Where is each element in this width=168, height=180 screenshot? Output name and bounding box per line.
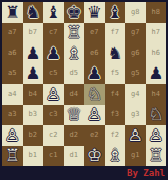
square-a8[interactable]: ♜	[2, 2, 23, 23]
square-label-h4: h4	[152, 91, 160, 98]
square-label-f7: f7	[111, 29, 119, 36]
square-label-e6: e6	[90, 50, 98, 57]
square-b3[interactable]: b3	[23, 105, 44, 126]
chess-board: ♜♞♝♚♛♝g8h8a7b7c7♖e7f7g7h7a6♟♟♗e6♞g6h6a5♟…	[2, 2, 166, 166]
piece-white-bishop: ♗	[107, 147, 122, 164]
square-g2[interactable]: ♙	[125, 125, 146, 146]
piece-black-pawn: ♟	[25, 65, 40, 82]
square-f4[interactable]: f4	[105, 84, 126, 105]
chess-diagram: ♜♞♝♚♛♝g8h8a7b7c7♖e7f7g7h7a6♟♟♗e6♞g6h6a5♟…	[0, 0, 168, 180]
piece-black-knight: ♞	[25, 4, 40, 21]
square-c3[interactable]: c3	[43, 105, 64, 126]
square-label-d4: d4	[70, 91, 78, 98]
square-label-g5: g5	[131, 70, 139, 77]
square-label-c2: c2	[49, 132, 57, 139]
square-d7[interactable]: ♖	[64, 23, 85, 44]
square-e7[interactable]: e7	[84, 23, 105, 44]
square-h2[interactable]: ♙	[146, 125, 167, 146]
square-label-d5: d5	[70, 70, 78, 77]
piece-white-pawn: ♙	[87, 106, 102, 123]
square-g3[interactable]: g3	[125, 105, 146, 126]
square-a2[interactable]: ♙	[2, 125, 23, 146]
square-h8[interactable]: h8	[146, 2, 167, 23]
piece-white-rook: ♖	[66, 24, 81, 41]
square-c7[interactable]: c7	[43, 23, 64, 44]
square-e2[interactable]: e2	[84, 125, 105, 146]
square-label-g6: g6	[131, 50, 139, 57]
square-label-f4: f4	[111, 91, 119, 98]
square-label-c1: c1	[49, 152, 57, 159]
square-label-b1: b1	[29, 152, 37, 159]
piece-white-pawn: ♙	[5, 127, 20, 144]
square-e4[interactable]: ♘	[84, 84, 105, 105]
square-label-g4: g4	[131, 91, 139, 98]
square-b5[interactable]: ♟	[23, 64, 44, 85]
square-h1[interactable]: ♖	[146, 146, 167, 167]
square-label-c7: c7	[49, 29, 57, 36]
square-h6[interactable]: h6	[146, 43, 167, 64]
square-h7[interactable]: h7	[146, 23, 167, 44]
piece-black-pawn: ♟	[25, 45, 40, 62]
square-label-g1: g1	[131, 152, 139, 159]
square-label-a3: a3	[8, 111, 16, 118]
square-g5[interactable]: g5	[125, 64, 146, 85]
piece-black-pawn: ♟	[46, 45, 61, 62]
piece-white-pawn: ♙	[128, 127, 143, 144]
square-a5[interactable]: a5	[2, 64, 23, 85]
square-d1[interactable]: d1	[64, 146, 85, 167]
credit-text: By Zahl	[127, 168, 165, 178]
square-f8[interactable]: ♝	[105, 2, 126, 23]
square-g6[interactable]: g6	[125, 43, 146, 64]
square-label-f3: f3	[111, 111, 119, 118]
square-e1[interactable]: ♔	[84, 146, 105, 167]
square-g8[interactable]: g8	[125, 2, 146, 23]
square-label-g7: g7	[131, 29, 139, 36]
square-f7[interactable]: f7	[105, 23, 126, 44]
square-label-c3: c3	[49, 111, 57, 118]
square-h3[interactable]: ♘	[146, 105, 167, 126]
piece-white-knight: ♘	[87, 86, 102, 103]
square-b7[interactable]: b7	[23, 23, 44, 44]
credit-bar: By Zahl	[0, 166, 168, 180]
square-label-a5: a5	[8, 70, 16, 77]
square-c5[interactable]: c5	[43, 64, 64, 85]
square-a4[interactable]: a4	[2, 84, 23, 105]
square-b8[interactable]: ♞	[23, 2, 44, 23]
piece-black-rook: ♜	[5, 4, 20, 21]
square-label-g8: g8	[131, 9, 139, 16]
square-f1[interactable]: ♗	[105, 146, 126, 167]
piece-black-pawn: ♟	[87, 65, 102, 82]
square-f6[interactable]: ♞	[105, 43, 126, 64]
square-a3[interactable]: a3	[2, 105, 23, 126]
piece-white-rook: ♖	[5, 147, 20, 164]
square-c8[interactable]: ♝	[43, 2, 64, 23]
piece-white-rook: ♖	[148, 147, 163, 164]
square-f2[interactable]: f2	[105, 125, 126, 146]
square-label-b3: b3	[29, 111, 37, 118]
square-label-h8: h8	[152, 9, 160, 16]
square-c2[interactable]: c2	[43, 125, 64, 146]
square-label-b2: b2	[29, 132, 37, 139]
square-e5[interactable]: ♟	[84, 64, 105, 85]
square-label-a6: a6	[8, 50, 16, 57]
square-label-a7: a7	[8, 29, 16, 36]
square-c4[interactable]: ♙	[43, 84, 64, 105]
square-label-h7: h7	[152, 29, 160, 36]
square-e8[interactable]: ♛	[84, 2, 105, 23]
square-b4[interactable]: b4	[23, 84, 44, 105]
square-e6[interactable]: e6	[84, 43, 105, 64]
square-label-b4: b4	[29, 91, 37, 98]
piece-black-queen: ♛	[87, 4, 102, 21]
square-e3[interactable]: ♙	[84, 105, 105, 126]
square-d5[interactable]: d5	[64, 64, 85, 85]
square-label-f5: f5	[111, 70, 119, 77]
square-d6[interactable]: ♗	[64, 43, 85, 64]
square-g4[interactable]: g4	[125, 84, 146, 105]
square-h4[interactable]: h4	[146, 84, 167, 105]
square-label-d1: d1	[70, 152, 78, 159]
square-f3[interactable]: f3	[105, 105, 126, 126]
square-label-a4: a4	[8, 91, 16, 98]
piece-black-bishop: ♝	[46, 4, 61, 21]
piece-white-king: ♔	[87, 147, 102, 164]
piece-black-bishop: ♝	[107, 4, 122, 21]
square-label-h6: h6	[152, 50, 160, 57]
piece-white-pawn: ♙	[148, 127, 163, 144]
square-a7[interactable]: a7	[2, 23, 23, 44]
square-h5[interactable]: ♟	[146, 64, 167, 85]
piece-black-king: ♚	[66, 4, 81, 21]
piece-black-pawn: ♟	[148, 65, 163, 82]
square-d4[interactable]: d4	[64, 84, 85, 105]
square-b2[interactable]: b2	[23, 125, 44, 146]
square-b6[interactable]: ♟	[23, 43, 44, 64]
square-label-e2: e2	[90, 132, 98, 139]
square-d3[interactable]: ♕	[64, 105, 85, 126]
square-b1[interactable]: b1	[23, 146, 44, 167]
square-d2[interactable]: d2	[64, 125, 85, 146]
square-label-g3: g3	[131, 111, 139, 118]
piece-white-pawn: ♙	[46, 86, 61, 103]
piece-white-queen: ♕	[66, 106, 81, 123]
square-c1[interactable]: c1	[43, 146, 64, 167]
square-g1[interactable]: g1	[125, 146, 146, 167]
square-d8[interactable]: ♚	[64, 2, 85, 23]
piece-white-bishop: ♗	[66, 45, 81, 62]
square-label-c5: c5	[49, 70, 57, 77]
square-c6[interactable]: ♟	[43, 43, 64, 64]
square-label-e7: e7	[90, 29, 98, 36]
square-label-b7: b7	[29, 29, 37, 36]
square-a6[interactable]: a6	[2, 43, 23, 64]
square-label-f2: f2	[111, 132, 119, 139]
square-label-d2: d2	[70, 132, 78, 139]
square-g7[interactable]: g7	[125, 23, 146, 44]
square-f5[interactable]: f5	[105, 64, 126, 85]
piece-white-knight: ♘	[148, 106, 163, 123]
square-a1[interactable]: ♖	[2, 146, 23, 167]
piece-black-knight: ♞	[107, 45, 122, 62]
